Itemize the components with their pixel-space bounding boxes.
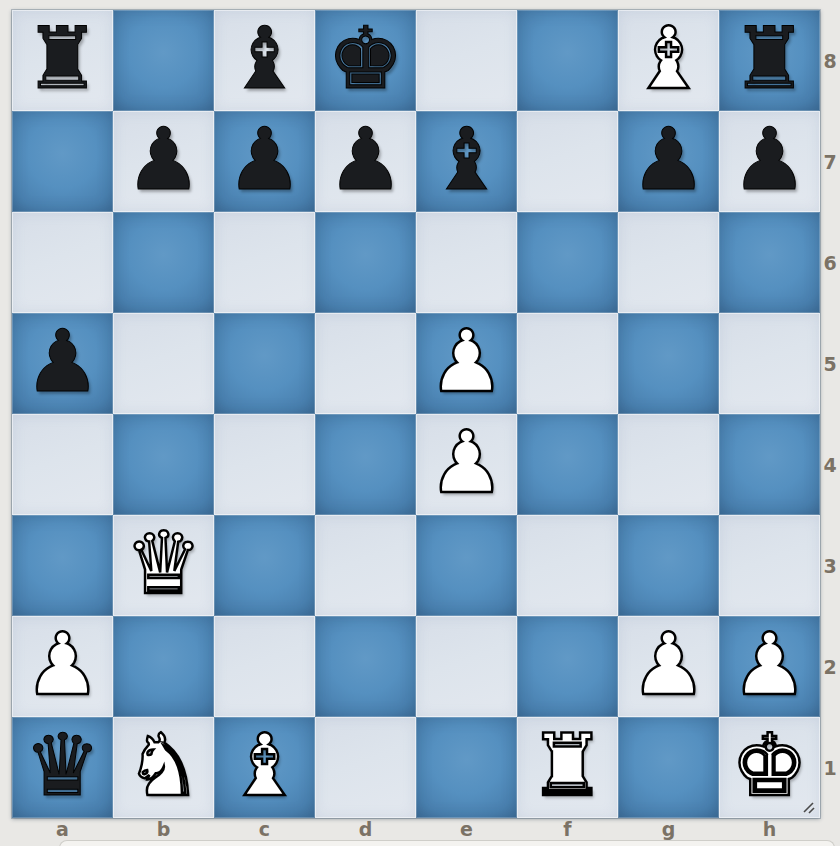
square-h8[interactable]: ♜ [719,10,820,111]
square-c4[interactable] [214,414,315,515]
square-a1[interactable]: ♛ [12,717,113,818]
piece-white-bishop[interactable]: ♝ [630,15,707,101]
board-resize-handle[interactable] [801,799,815,813]
square-e3[interactable] [416,515,517,616]
square-e5[interactable]: ♟ [416,313,517,414]
file-label-a: a [12,816,113,842]
file-label-h: h [719,816,820,842]
square-a7[interactable] [12,111,113,212]
file-label-d: d [315,816,416,842]
square-g3[interactable] [618,515,719,616]
square-e4[interactable]: ♟ [416,414,517,515]
rank-label-8: 8 [820,10,840,111]
bottom-panel-edge [59,840,835,846]
rank-label-2: 2 [820,616,840,717]
square-b7[interactable]: ♟ [113,111,214,212]
square-f7[interactable] [517,111,618,212]
square-b4[interactable] [113,414,214,515]
file-label-g: g [618,816,719,842]
square-a5[interactable]: ♟ [12,313,113,414]
square-g5[interactable] [618,313,719,414]
square-h7[interactable]: ♟ [719,111,820,212]
chess-board: ♜♝♚♝♜♟♟♟♝♟♟♟♟♟♛♟♟♟♛♞♝♜♚ [12,10,820,818]
rank-label-7: 7 [820,111,840,212]
piece-black-pawn[interactable]: ♟ [226,116,303,202]
square-a4[interactable] [12,414,113,515]
piece-black-rook[interactable]: ♜ [731,15,808,101]
piece-black-king[interactable]: ♚ [327,15,404,101]
piece-white-pawn[interactable]: ♟ [428,318,505,404]
piece-white-knight[interactable]: ♞ [125,722,202,808]
square-h2[interactable]: ♟ [719,616,820,717]
file-coordinates: abcdefgh [12,816,820,842]
square-c3[interactable] [214,515,315,616]
piece-white-pawn[interactable]: ♟ [731,621,808,707]
piece-black-bishop[interactable]: ♝ [226,15,303,101]
square-b3[interactable]: ♛ [113,515,214,616]
square-d8[interactable]: ♚ [315,10,416,111]
square-c8[interactable]: ♝ [214,10,315,111]
piece-black-pawn[interactable]: ♟ [630,116,707,202]
square-b5[interactable] [113,313,214,414]
square-g7[interactable]: ♟ [618,111,719,212]
square-f8[interactable] [517,10,618,111]
piece-black-pawn[interactable]: ♟ [125,116,202,202]
square-c1[interactable]: ♝ [214,717,315,818]
square-d4[interactable] [315,414,416,515]
rank-label-5: 5 [820,313,840,414]
piece-black-rook[interactable]: ♜ [24,15,101,101]
square-f4[interactable] [517,414,618,515]
square-h5[interactable] [719,313,820,414]
piece-white-pawn[interactable]: ♟ [428,419,505,505]
square-h4[interactable] [719,414,820,515]
rank-label-6: 6 [820,212,840,313]
square-e1[interactable] [416,717,517,818]
square-d1[interactable] [315,717,416,818]
square-g8[interactable]: ♝ [618,10,719,111]
rank-label-4: 4 [820,414,840,515]
square-f3[interactable] [517,515,618,616]
piece-black-queen[interactable]: ♛ [24,722,101,808]
file-label-c: c [214,816,315,842]
square-e8[interactable] [416,10,517,111]
file-label-f: f [517,816,618,842]
square-e6[interactable] [416,212,517,313]
piece-black-pawn[interactable]: ♟ [327,116,404,202]
square-e2[interactable] [416,616,517,717]
square-g4[interactable] [618,414,719,515]
square-d3[interactable] [315,515,416,616]
square-c6[interactable] [214,212,315,313]
square-a2[interactable]: ♟ [12,616,113,717]
square-h1[interactable]: ♚ [719,717,820,818]
square-a8[interactable]: ♜ [12,10,113,111]
rank-label-3: 3 [820,515,840,616]
square-c2[interactable] [214,616,315,717]
square-b2[interactable] [113,616,214,717]
square-a6[interactable] [12,212,113,313]
piece-white-queen[interactable]: ♛ [125,520,202,606]
square-f6[interactable] [517,212,618,313]
square-f1[interactable]: ♜ [517,717,618,818]
rank-coordinates: 87654321 [820,10,840,818]
square-h3[interactable] [719,515,820,616]
square-g6[interactable] [618,212,719,313]
square-d6[interactable] [315,212,416,313]
square-d5[interactable] [315,313,416,414]
square-d2[interactable] [315,616,416,717]
square-c7[interactable]: ♟ [214,111,315,212]
square-b8[interactable] [113,10,214,111]
square-b1[interactable]: ♞ [113,717,214,818]
piece-white-bishop[interactable]: ♝ [226,722,303,808]
square-e7[interactable]: ♝ [416,111,517,212]
square-b6[interactable] [113,212,214,313]
square-c5[interactable] [214,313,315,414]
square-f2[interactable] [517,616,618,717]
piece-black-pawn[interactable]: ♟ [731,116,808,202]
piece-white-king[interactable]: ♚ [731,722,808,808]
square-g1[interactable] [618,717,719,818]
square-f5[interactable] [517,313,618,414]
piece-white-rook[interactable]: ♜ [529,722,606,808]
file-label-e: e [416,816,517,842]
square-a3[interactable] [12,515,113,616]
piece-black-bishop[interactable]: ♝ [428,116,505,202]
square-d7[interactable]: ♟ [315,111,416,212]
file-label-b: b [113,816,214,842]
piece-black-pawn[interactable]: ♟ [24,318,101,404]
square-g2[interactable]: ♟ [618,616,719,717]
rank-label-1: 1 [820,717,840,818]
piece-white-pawn[interactable]: ♟ [630,621,707,707]
square-h6[interactable] [719,212,820,313]
piece-white-pawn[interactable]: ♟ [24,621,101,707]
